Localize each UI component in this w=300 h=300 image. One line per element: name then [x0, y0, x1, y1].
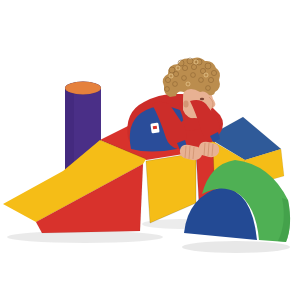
cylinder-top [65, 82, 101, 95]
soft-play-product-photo [0, 0, 300, 300]
child-eye [200, 98, 204, 101]
ramp-shadow [7, 231, 163, 243]
scene-canvas [0, 0, 300, 300]
child-ear [183, 100, 188, 107]
arch-shadow [182, 241, 290, 253]
cylinder-side-shading [65, 88, 74, 174]
shirt-logo-mark [153, 126, 157, 130]
